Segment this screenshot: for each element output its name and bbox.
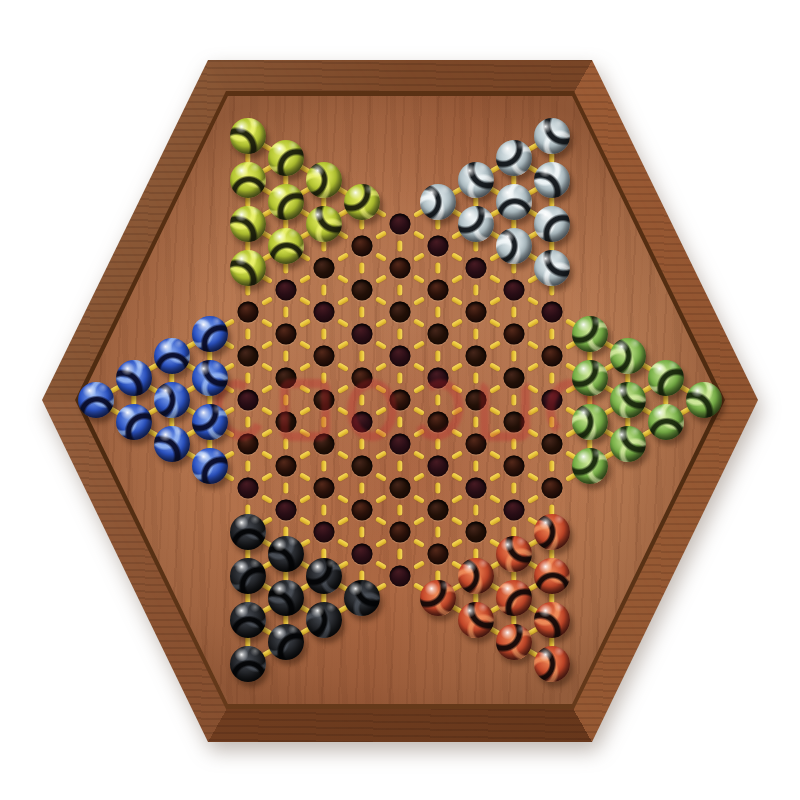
inlay-dash [527, 340, 539, 349]
inlay-dash [489, 472, 501, 481]
inlay-dash [261, 450, 273, 459]
inlay-dash [398, 329, 403, 340]
marble-blue[interactable] [192, 360, 228, 396]
inlay-dash [375, 450, 387, 459]
inlay-dash [261, 494, 273, 503]
marble-white[interactable] [458, 162, 494, 198]
marble-black[interactable] [306, 558, 342, 594]
board-hole[interactable] [466, 478, 487, 499]
inlay-dash [261, 472, 273, 481]
board-hole[interactable] [428, 236, 449, 257]
inlay-dash [436, 307, 441, 318]
marble-blue[interactable] [78, 382, 114, 418]
board-hole[interactable] [276, 324, 297, 345]
board-hole[interactable] [542, 478, 563, 499]
inlay-dash [489, 450, 501, 459]
marble-red[interactable] [534, 514, 570, 550]
inlay-dash [284, 307, 289, 318]
inlay-dash [246, 285, 251, 296]
marble-blue[interactable] [116, 360, 152, 396]
marble-black[interactable] [268, 580, 304, 616]
board-hole[interactable] [428, 500, 449, 521]
board-hole[interactable] [352, 324, 373, 345]
inlay-dash [322, 505, 327, 516]
inlay-dash [550, 285, 555, 296]
marble-black[interactable] [230, 558, 266, 594]
board-hole[interactable] [466, 346, 487, 367]
inlay-dash [375, 494, 387, 503]
inlay-dash [322, 285, 327, 296]
marble-green[interactable] [648, 404, 684, 440]
board-hole[interactable] [238, 478, 259, 499]
inlay-dash [360, 263, 365, 274]
marble-black[interactable] [306, 602, 342, 638]
inlay-dash [261, 318, 273, 327]
marble-yellow[interactable] [268, 140, 304, 176]
inlay-dash [322, 461, 327, 472]
inlay-dash [474, 285, 479, 296]
marble-blue[interactable] [154, 426, 190, 462]
inlay-dash [375, 318, 387, 327]
marble-white[interactable] [534, 206, 570, 242]
marble-white[interactable] [534, 118, 570, 154]
marble-yellow[interactable] [344, 184, 380, 220]
inlay-dash [489, 340, 501, 349]
inlay-dash [375, 538, 387, 547]
watermark-glyph [480, 379, 530, 441]
marble-green[interactable] [610, 382, 646, 418]
marble-blue[interactable] [154, 382, 190, 418]
inlay-dash [474, 461, 479, 472]
inlay-dash [451, 318, 463, 327]
board-hole[interactable] [238, 302, 259, 323]
watermark-glyph [347, 379, 397, 441]
marble-red[interactable] [496, 624, 532, 660]
marble-green[interactable] [572, 404, 608, 440]
inlay-dash [299, 450, 311, 459]
watermark-glyph [280, 379, 330, 441]
inlay-dash [337, 494, 349, 503]
board-hole[interactable] [314, 346, 335, 367]
inlay-dash [337, 516, 349, 525]
board-hole[interactable] [238, 346, 259, 367]
inlay-dash [398, 505, 403, 516]
inlay-dash [337, 450, 349, 459]
inlay-dash [527, 450, 539, 459]
inlay-dash [299, 494, 311, 503]
inlay-dash [413, 450, 425, 459]
marble-green[interactable] [572, 448, 608, 484]
inlay-dash [451, 538, 463, 547]
inlay-dash [299, 296, 311, 305]
board-hole[interactable] [314, 478, 335, 499]
inlay-dash [489, 296, 501, 305]
inlay-dash [451, 494, 463, 503]
marble-yellow[interactable] [306, 162, 342, 198]
inlay-dash [413, 340, 425, 349]
inlay-dash [375, 472, 387, 481]
inlay-dash [375, 340, 387, 349]
inlay-dash [375, 296, 387, 305]
board-hole[interactable] [466, 258, 487, 279]
inlay-dash [474, 329, 479, 340]
marble-black[interactable] [268, 536, 304, 572]
board-hole[interactable] [428, 324, 449, 345]
board-hole[interactable] [504, 324, 525, 345]
inlay-dash [261, 340, 273, 349]
inlay-dash [337, 296, 349, 305]
inlay-dash [337, 340, 349, 349]
marble-yellow[interactable] [230, 162, 266, 198]
marble-yellow[interactable] [268, 184, 304, 220]
marble-white[interactable] [496, 140, 532, 176]
board-hole[interactable] [314, 258, 335, 279]
board-hole[interactable] [390, 258, 411, 279]
board-hole[interactable] [428, 544, 449, 565]
inlay-dash [246, 329, 251, 340]
inlay-dash [413, 560, 425, 569]
marble-white[interactable] [420, 184, 456, 220]
inlay-dash [451, 472, 463, 481]
inlay-dash [337, 472, 349, 481]
inlay-dash [527, 318, 539, 327]
inlay-dash [550, 461, 555, 472]
inlay-dash [489, 516, 501, 525]
board-hole[interactable] [466, 302, 487, 323]
inlay-dash [474, 505, 479, 516]
inlay-dash [398, 285, 403, 296]
inlay-dash [299, 516, 311, 525]
board-hole[interactable] [314, 302, 335, 323]
inlay-dash [550, 329, 555, 340]
inlay-dash [360, 307, 365, 318]
inlay-dash [299, 318, 311, 327]
inlay-dash [360, 219, 365, 230]
board-hole[interactable] [428, 280, 449, 301]
inlay-dash [360, 483, 365, 494]
inlay-dash [451, 340, 463, 349]
marble-blue[interactable] [154, 338, 190, 374]
inlay-dash [527, 296, 539, 305]
board-hole[interactable] [390, 214, 411, 235]
marble-yellow[interactable] [268, 228, 304, 264]
board-hole[interactable] [352, 456, 373, 477]
board-hole[interactable] [276, 456, 297, 477]
inlay-dash [375, 560, 387, 569]
inlay-dash [527, 494, 539, 503]
board-hole[interactable] [352, 236, 373, 257]
marble-blue[interactable] [192, 404, 228, 440]
inlay-dash [436, 527, 441, 538]
board-hole[interactable] [390, 346, 411, 367]
marble-blue[interactable] [116, 404, 152, 440]
board-hole[interactable] [390, 478, 411, 499]
inlay-dash [436, 263, 441, 274]
marble-black[interactable] [230, 646, 266, 682]
marble-yellow[interactable] [230, 206, 266, 242]
marble-red[interactable] [496, 536, 532, 572]
inlay-dash [337, 538, 349, 547]
inlay-dash [375, 252, 387, 261]
board-hole[interactable] [504, 456, 525, 477]
marble-green[interactable] [610, 426, 646, 462]
watermark-glyph [406, 374, 470, 446]
inlay-dash [527, 472, 539, 481]
marble-black[interactable] [230, 602, 266, 638]
inlay-dash [436, 219, 441, 230]
marble-yellow[interactable] [230, 250, 266, 286]
board-hole[interactable] [352, 544, 373, 565]
marble-red[interactable] [534, 602, 570, 638]
board-hole[interactable] [428, 456, 449, 477]
marble-black[interactable] [344, 580, 380, 616]
board-hole[interactable] [276, 500, 297, 521]
inlay-dash [375, 230, 387, 239]
marble-white[interactable] [496, 184, 532, 220]
board-hole[interactable] [352, 500, 373, 521]
inlay-dash [413, 230, 425, 239]
inlay-dash [360, 527, 365, 538]
marble-red[interactable] [534, 646, 570, 682]
inlay-dash [375, 516, 387, 525]
inlay-dash [489, 318, 501, 327]
inlay-dash [413, 494, 425, 503]
marble-yellow[interactable] [306, 206, 342, 242]
inlay-dash [284, 483, 289, 494]
inlay-dash [512, 307, 517, 318]
inlay-dash [512, 483, 517, 494]
inlay-dash [451, 252, 463, 261]
inlay-dash [398, 461, 403, 472]
inlay-dash [413, 252, 425, 261]
board-hole[interactable] [352, 280, 373, 301]
board-hole[interactable] [390, 522, 411, 543]
inlay-dash [322, 329, 327, 340]
marble-yellow[interactable] [230, 118, 266, 154]
marble-white[interactable] [458, 206, 494, 242]
inlay-dash [398, 241, 403, 252]
inlay-dash [413, 318, 425, 327]
marble-red[interactable] [496, 580, 532, 616]
inlay-dash [512, 263, 517, 274]
inlay-dash [413, 296, 425, 305]
inlay-dash [413, 472, 425, 481]
marble-red[interactable] [534, 558, 570, 594]
inlay-dash [299, 472, 311, 481]
marble-white[interactable] [534, 250, 570, 286]
inlay-dash [413, 538, 425, 547]
inlay-dash [284, 351, 289, 362]
inlay-dash [322, 241, 327, 252]
inlay-dash [451, 516, 463, 525]
marble-blue[interactable] [192, 316, 228, 352]
marble-black[interactable] [268, 624, 304, 660]
inlay-dash [413, 516, 425, 525]
marble-white[interactable] [534, 162, 570, 198]
inlay-dash [451, 296, 463, 305]
inlay-dash [337, 318, 349, 327]
inlay-dash [284, 263, 289, 274]
marble-green[interactable] [686, 382, 722, 418]
inlay-dash [474, 241, 479, 252]
marble-green[interactable] [610, 338, 646, 374]
board-hole[interactable] [542, 302, 563, 323]
inlay-dash [261, 296, 273, 305]
board-hole[interactable] [390, 302, 411, 323]
marble-red[interactable] [458, 602, 494, 638]
marble-white[interactable] [496, 228, 532, 264]
board-hole[interactable] [390, 566, 411, 587]
inlay-dash [489, 494, 501, 503]
marble-blue[interactable] [192, 448, 228, 484]
inlay-dash [413, 274, 425, 283]
board-hole[interactable] [276, 280, 297, 301]
inlay-dash [451, 450, 463, 459]
board-hole[interactable] [314, 522, 335, 543]
marble-red[interactable] [458, 558, 494, 594]
marble-red[interactable] [420, 580, 456, 616]
inlay-dash [337, 274, 349, 283]
inlay-dash [489, 274, 501, 283]
watermark-overlay [214, 370, 596, 450]
inlay-dash [246, 461, 251, 472]
inlay-dash [360, 351, 365, 362]
board-hole[interactable] [542, 346, 563, 367]
inlay-dash [436, 351, 441, 362]
board-hole[interactable] [504, 280, 525, 301]
board-hole[interactable] [466, 522, 487, 543]
inlay-dash [299, 274, 311, 283]
inlay-dash [451, 274, 463, 283]
inlay-dash [398, 549, 403, 560]
marble-green[interactable] [572, 316, 608, 352]
inlay-dash [512, 351, 517, 362]
inlay-dash [436, 483, 441, 494]
board-hole[interactable] [504, 500, 525, 521]
chinese-checkers-photo [0, 0, 800, 800]
inlay-dash [299, 340, 311, 349]
marble-black[interactable] [230, 514, 266, 550]
inlay-dash [337, 252, 349, 261]
marble-green[interactable] [648, 360, 684, 396]
marble-green[interactable] [572, 360, 608, 396]
inlay-dash [375, 274, 387, 283]
